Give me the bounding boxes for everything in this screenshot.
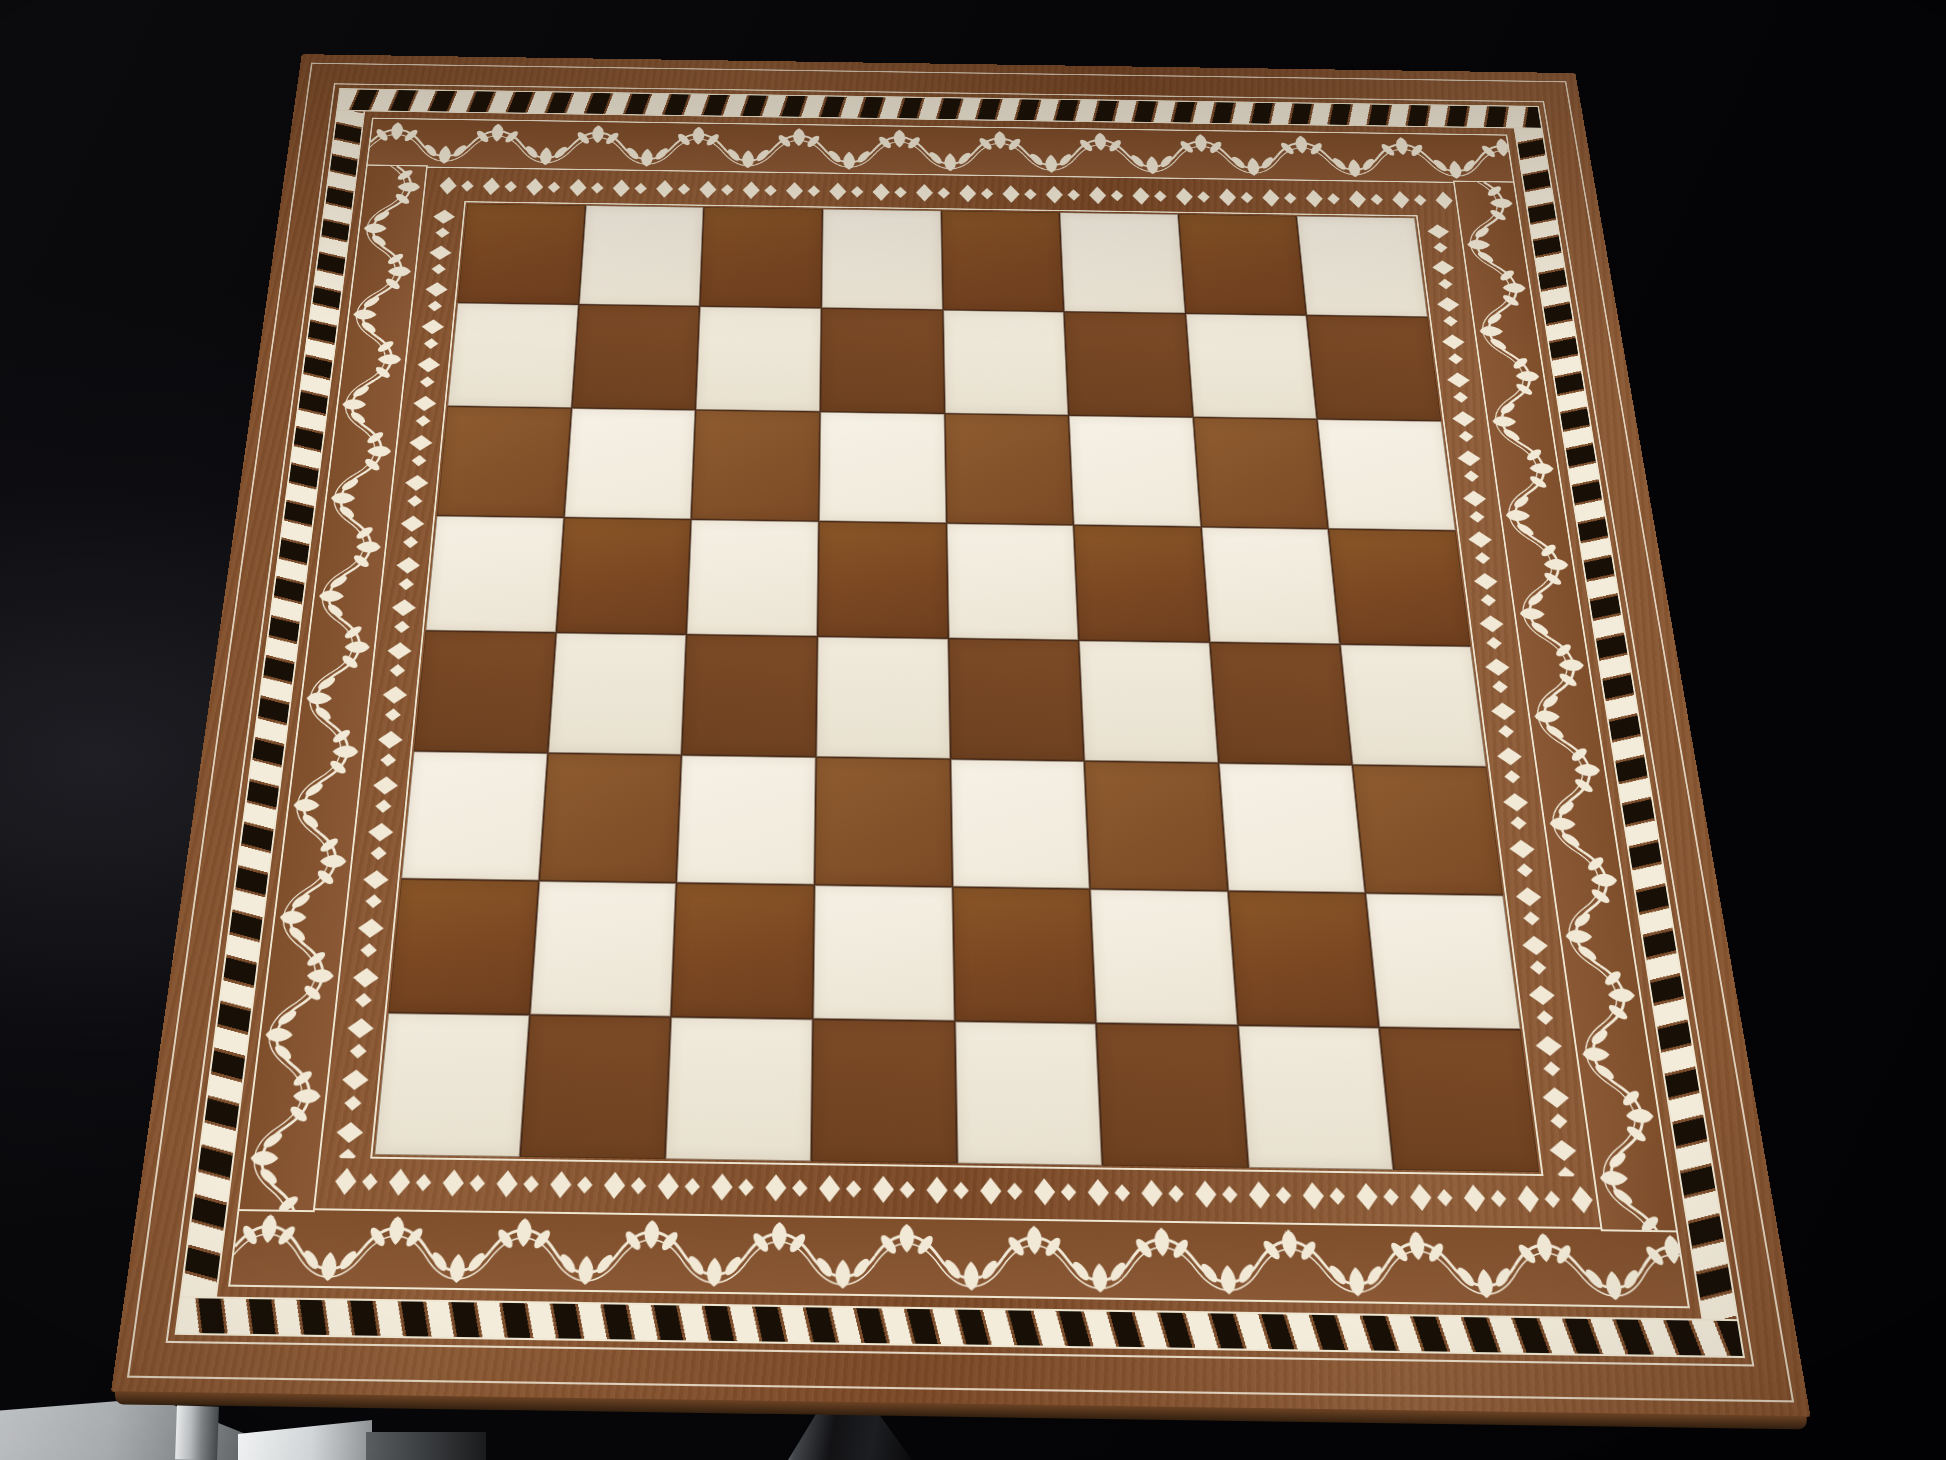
square-a7: [447, 303, 578, 408]
square-c2: [672, 883, 814, 1019]
square-d2: [813, 885, 954, 1021]
chrome-reflection: [238, 1420, 372, 1460]
square-g5: [1202, 527, 1340, 643]
square-b8: [579, 205, 704, 305]
square-h7: [1307, 315, 1441, 420]
floor-shadow: [366, 1432, 486, 1460]
square-e6: [945, 414, 1073, 525]
square-b6: [564, 409, 695, 519]
square-h1: [1380, 1028, 1539, 1172]
square-e1: [955, 1022, 1102, 1166]
square-g8: [1178, 214, 1306, 314]
square-d1: [812, 1020, 957, 1164]
square-b2: [530, 881, 676, 1017]
square-g4: [1210, 642, 1352, 764]
playfield: [374, 204, 1539, 1172]
square-d8: [822, 209, 943, 309]
square-b5: [556, 518, 690, 634]
square-h2: [1366, 893, 1520, 1029]
square-c1: [666, 1018, 812, 1162]
square-e2: [953, 887, 1096, 1023]
square-g1: [1238, 1026, 1393, 1170]
chrome-table-leg: [175, 1405, 219, 1460]
square-c8: [700, 207, 822, 307]
square-d6: [819, 412, 946, 522]
square-b3: [539, 754, 681, 883]
square-f4: [1079, 640, 1218, 762]
square-f7: [1064, 312, 1192, 417]
chessboard: [111, 54, 1811, 1417]
square-a2: [388, 879, 538, 1015]
square-a3: [401, 752, 547, 881]
square-c5: [687, 520, 818, 636]
square-b4: [548, 633, 686, 755]
square-c6: [692, 410, 820, 520]
board-perspective-wrapper: [80, 0, 1811, 1435]
square-b7: [572, 305, 700, 410]
square-a1: [374, 1014, 529, 1157]
square-h5: [1329, 529, 1471, 645]
square-f1: [1097, 1024, 1248, 1168]
square-a4: [414, 631, 556, 753]
square-c3: [677, 756, 815, 885]
square-f2: [1090, 889, 1237, 1025]
square-g3: [1219, 764, 1365, 893]
square-b1: [520, 1016, 671, 1160]
square-f6: [1069, 416, 1201, 527]
square-f5: [1074, 525, 1209, 641]
photo-scene: [0, 0, 1946, 1460]
square-g6: [1193, 418, 1328, 529]
square-c4: [682, 635, 817, 757]
square-c7: [696, 306, 821, 411]
square-d3: [815, 758, 952, 887]
square-h6: [1318, 420, 1456, 531]
square-e7: [943, 310, 1068, 415]
square-a5: [426, 516, 564, 632]
square-d5: [818, 522, 948, 638]
square-h4: [1341, 644, 1487, 766]
square-h3: [1353, 766, 1503, 895]
square-f8: [1060, 212, 1185, 312]
square-h8: [1297, 216, 1428, 317]
square-e8: [941, 211, 1063, 311]
square-e4: [949, 638, 1084, 760]
square-d7: [820, 308, 944, 413]
square-g2: [1228, 891, 1379, 1027]
square-a6: [437, 407, 571, 517]
square-a8: [458, 204, 585, 304]
square-g7: [1186, 314, 1317, 419]
square-f3: [1085, 762, 1228, 891]
square-e3: [951, 760, 1090, 889]
square-e5: [947, 523, 1079, 639]
square-d4: [816, 637, 949, 759]
